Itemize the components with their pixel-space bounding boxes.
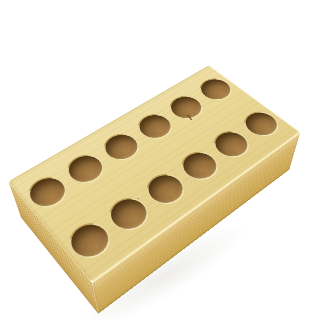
pit-hole <box>21 171 73 214</box>
pit-r1c1[interactable] <box>8 159 87 229</box>
pit-hole <box>102 191 157 237</box>
wood-speck <box>137 198 139 200</box>
photo-canvas <box>0 0 320 320</box>
perspective-scene <box>0 0 320 320</box>
pit-hole <box>139 168 192 211</box>
